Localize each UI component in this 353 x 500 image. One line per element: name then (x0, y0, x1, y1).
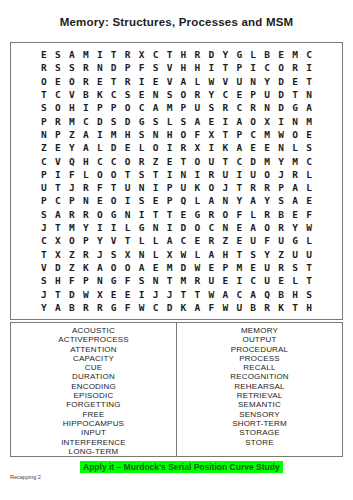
grid-cell[interactable]: X (163, 248, 177, 261)
grid-cell[interactable]: A (232, 115, 246, 128)
grid-cell[interactable]: F (232, 208, 246, 221)
grid-cell[interactable]: H (121, 128, 135, 141)
grid-cell[interactable]: M (163, 101, 177, 114)
grid-cell[interactable]: N (135, 248, 149, 261)
grid-cell[interactable]: P (246, 88, 260, 101)
grid-cell[interactable]: N (93, 274, 107, 287)
grid-cell[interactable]: J (163, 287, 177, 300)
grid-cell[interactable]: F (302, 208, 316, 221)
grid-cell[interactable]: T (37, 248, 51, 261)
grid-cell[interactable]: C (93, 154, 107, 167)
grid-cell[interactable]: A (218, 287, 232, 300)
grid-cell[interactable]: C (246, 128, 260, 141)
grid-cell[interactable]: Q (176, 194, 190, 207)
grid-cell[interactable]: O (176, 88, 190, 101)
grid-cell[interactable]: O (93, 208, 107, 221)
grid-cell[interactable]: C (37, 234, 51, 247)
grid-cell[interactable]: M (79, 48, 93, 61)
grid-cell[interactable]: C (232, 101, 246, 114)
grid-cell[interactable]: C (107, 154, 121, 167)
grid-cell[interactable]: S (65, 61, 79, 74)
grid-cell[interactable]: O (51, 101, 65, 114)
grid-cell[interactable]: U (274, 234, 288, 247)
grid-cell[interactable]: R (65, 208, 79, 221)
grid-cell[interactable]: H (302, 301, 316, 314)
grid-cell[interactable]: D (121, 115, 135, 128)
grid-cell[interactable]: E (51, 141, 65, 154)
grid-cell[interactable]: A (204, 248, 218, 261)
grid-cell[interactable]: O (176, 128, 190, 141)
grid-cell[interactable]: S (135, 194, 149, 207)
grid-cell[interactable]: O (260, 168, 274, 181)
grid-cell[interactable]: R (79, 208, 93, 221)
grid-cell[interactable]: N (79, 194, 93, 207)
grid-cell[interactable]: E (232, 221, 246, 234)
grid-cell[interactable]: H (218, 248, 232, 261)
grid-cell[interactable]: B (79, 88, 93, 101)
grid-cell[interactable]: T (149, 168, 163, 181)
grid-cell[interactable]: M (288, 48, 302, 61)
grid-cell[interactable]: A (176, 75, 190, 88)
grid-cell[interactable]: C (218, 88, 232, 101)
grid-cell[interactable]: F (65, 168, 79, 181)
grid-cell[interactable]: R (79, 248, 93, 261)
grid-cell[interactable]: K (190, 181, 204, 194)
grid-cell[interactable]: N (149, 221, 163, 234)
grid-cell[interactable]: U (288, 248, 302, 261)
grid-cell[interactable]: X (190, 141, 204, 154)
grid-cell[interactable]: S (288, 261, 302, 274)
grid-cell[interactable]: J (218, 181, 232, 194)
grid-cell[interactable]: R (79, 75, 93, 88)
grid-cell[interactable]: U (218, 168, 232, 181)
grid-cell[interactable]: W (176, 248, 190, 261)
grid-cell[interactable]: N (274, 141, 288, 154)
grid-cell[interactable]: L (135, 141, 149, 154)
grid-cell[interactable]: L (79, 168, 93, 181)
grid-cell[interactable]: O (65, 75, 79, 88)
grid-cell[interactable]: T (218, 61, 232, 74)
grid-cell[interactable]: E (149, 261, 163, 274)
grid-cell[interactable]: T (288, 301, 302, 314)
grid-cell[interactable]: Z (65, 261, 79, 274)
grid-cell[interactable]: A (246, 194, 260, 207)
grid-cell[interactable]: N (121, 208, 135, 221)
grid-cell[interactable]: O (274, 61, 288, 74)
grid-cell[interactable]: E (93, 75, 107, 88)
grid-cell[interactable]: T (190, 287, 204, 300)
grid-cell[interactable]: A (232, 141, 246, 154)
grid-cell[interactable]: S (37, 101, 51, 114)
grid-cell[interactable]: F (121, 274, 135, 287)
grid-cell[interactable]: O (260, 221, 274, 234)
grid-cell[interactable]: F (260, 234, 274, 247)
grid-cell[interactable]: C (176, 234, 190, 247)
grid-cell[interactable]: C (232, 154, 246, 167)
grid-cell[interactable]: X (260, 115, 274, 128)
grid-cell[interactable]: P (163, 181, 177, 194)
grid-cell[interactable]: L (149, 248, 163, 261)
grid-cell[interactable]: V (163, 75, 177, 88)
grid-cell[interactable]: P (37, 115, 51, 128)
grid-cell[interactable]: L (288, 274, 302, 287)
grid-cell[interactable]: I (246, 61, 260, 74)
grid-cell[interactable]: W (218, 301, 232, 314)
grid-cell[interactable]: I (51, 168, 65, 181)
grid-cell[interactable]: T (107, 75, 121, 88)
grid-cell[interactable]: S (37, 208, 51, 221)
grid-cell[interactable]: D (163, 301, 177, 314)
grid-cell[interactable]: U (204, 154, 218, 167)
grid-cell[interactable]: J (37, 287, 51, 300)
grid-cell[interactable]: R (274, 261, 288, 274)
grid-cell[interactable]: S (107, 115, 121, 128)
grid-cell[interactable]: K (274, 301, 288, 314)
grid-cell[interactable]: P (232, 61, 246, 74)
grid-cell[interactable]: R (246, 181, 260, 194)
grid-cell[interactable]: T (163, 48, 177, 61)
grid-cell[interactable]: R (121, 75, 135, 88)
grid-cell[interactable]: D (51, 261, 65, 274)
grid-cell[interactable]: N (149, 128, 163, 141)
grid-cell[interactable]: S (135, 168, 149, 181)
grid-cell[interactable]: O (190, 154, 204, 167)
grid-cell[interactable]: K (93, 88, 107, 101)
grid-cell[interactable]: M (163, 261, 177, 274)
grid-cell[interactable]: O (246, 115, 260, 128)
grid-cell[interactable]: E (149, 194, 163, 207)
grid-cell[interactable]: I (149, 181, 163, 194)
grid-cell[interactable]: T (107, 48, 121, 61)
grid-cell[interactable]: F (93, 181, 107, 194)
grid-cell[interactable]: P (232, 128, 246, 141)
grid-cell[interactable]: R (190, 48, 204, 61)
grid-cell[interactable]: T (218, 128, 232, 141)
grid-cell[interactable]: T (176, 287, 190, 300)
grid-cell[interactable]: H (51, 274, 65, 287)
grid-cell[interactable]: J (274, 168, 288, 181)
grid-cell[interactable]: A (51, 301, 65, 314)
grid-cell[interactable]: P (37, 168, 51, 181)
grid-cell[interactable]: C (51, 88, 65, 101)
grid-cell[interactable]: N (218, 194, 232, 207)
grid-cell[interactable]: R (288, 61, 302, 74)
grid-cell[interactable]: R (190, 88, 204, 101)
grid-cell[interactable]: W (302, 221, 316, 234)
grid-cell[interactable]: R (274, 221, 288, 234)
grid-cell[interactable]: Z (37, 141, 51, 154)
grid-cell[interactable]: C (149, 301, 163, 314)
grid-cell[interactable]: Z (65, 248, 79, 261)
grid-cell[interactable]: D (274, 88, 288, 101)
grid-cell[interactable]: L (302, 234, 316, 247)
grid-cell[interactable]: A (51, 208, 65, 221)
grid-cell[interactable]: F (204, 301, 218, 314)
grid-cell[interactable]: K (79, 261, 93, 274)
grid-cell[interactable]: S (135, 274, 149, 287)
grid-cell[interactable]: R (260, 301, 274, 314)
grid-cell[interactable]: A (149, 101, 163, 114)
grid-cell[interactable]: M (302, 115, 316, 128)
grid-cell[interactable]: S (274, 194, 288, 207)
grid-cell[interactable]: M (288, 154, 302, 167)
grid-cell[interactable]: P (51, 128, 65, 141)
grid-cell[interactable]: Y (65, 141, 79, 154)
grid-cell[interactable]: I (93, 221, 107, 234)
grid-cell[interactable]: S (246, 248, 260, 261)
grid-cell[interactable]: E (260, 141, 274, 154)
grid-cell[interactable]: A (288, 194, 302, 207)
grid-cell[interactable]: O (190, 221, 204, 234)
grid-cell[interactable]: J (65, 181, 79, 194)
grid-cell[interactable]: T (232, 248, 246, 261)
grid-cell[interactable]: F (121, 301, 135, 314)
grid-cell[interactable]: B (260, 48, 274, 61)
grid-cell[interactable]: Z (149, 154, 163, 167)
grid-cell[interactable]: I (135, 287, 149, 300)
grid-cell[interactable]: X (93, 287, 107, 300)
grid-cell[interactable]: P (65, 194, 79, 207)
grid-cell[interactable]: L (302, 181, 316, 194)
grid-cell[interactable]: N (37, 128, 51, 141)
grid-cell[interactable]: B (65, 301, 79, 314)
grid-cell[interactable]: I (163, 221, 177, 234)
grid-cell[interactable]: C (260, 61, 274, 74)
grid-cell[interactable]: Z (274, 248, 288, 261)
grid-cell[interactable]: H (190, 61, 204, 74)
grid-cell[interactable]: O (204, 181, 218, 194)
grid-cell[interactable]: W (190, 261, 204, 274)
grid-cell[interactable]: S (149, 115, 163, 128)
grid-cell[interactable]: N (93, 61, 107, 74)
grid-cell[interactable]: T (121, 234, 135, 247)
grid-cell[interactable]: F (65, 274, 79, 287)
grid-cell[interactable]: X (121, 248, 135, 261)
grid-cell[interactable]: N (149, 274, 163, 287)
grid-cell[interactable]: J (37, 221, 51, 234)
grid-cell[interactable]: S (121, 88, 135, 101)
grid-cell[interactable]: S (107, 248, 121, 261)
grid-cell[interactable]: A (190, 301, 204, 314)
grid-cell[interactable]: A (79, 141, 93, 154)
grid-cell[interactable]: S (51, 61, 65, 74)
grid-cell[interactable]: V (51, 154, 65, 167)
grid-cell[interactable]: N (288, 115, 302, 128)
grid-cell[interactable]: C (302, 154, 316, 167)
grid-cell[interactable]: E (246, 261, 260, 274)
grid-cell[interactable]: O (218, 208, 232, 221)
grid-cell[interactable]: S (163, 88, 177, 101)
grid-cell[interactable]: R (246, 101, 260, 114)
grid-cell[interactable]: P (121, 61, 135, 74)
grid-cell[interactable]: W (274, 128, 288, 141)
grid-cell[interactable]: T (163, 208, 177, 221)
grid-cell[interactable]: D (176, 221, 190, 234)
grid-cell[interactable]: Y (288, 221, 302, 234)
grid-cell[interactable]: I (274, 115, 288, 128)
grid-cell[interactable]: R (135, 154, 149, 167)
grid-cell[interactable]: A (246, 287, 260, 300)
grid-cell[interactable]: L (302, 168, 316, 181)
grid-cell[interactable]: H (79, 154, 93, 167)
grid-cell[interactable]: Z (218, 234, 232, 247)
grid-cell[interactable]: E (302, 128, 316, 141)
grid-cell[interactable]: R (190, 274, 204, 287)
grid-cell[interactable]: P (37, 194, 51, 207)
grid-cell[interactable]: P (218, 261, 232, 274)
grid-cell[interactable]: E (204, 261, 218, 274)
grid-cell[interactable]: J (149, 287, 163, 300)
grid-cell[interactable]: I (163, 141, 177, 154)
grid-cell[interactable]: A (288, 181, 302, 194)
grid-cell[interactable]: A (135, 261, 149, 274)
grid-cell[interactable]: M (232, 261, 246, 274)
grid-cell[interactable]: C (79, 115, 93, 128)
grid-cell[interactable]: T (149, 208, 163, 221)
grid-cell[interactable]: M (65, 115, 79, 128)
grid-cell[interactable]: L (149, 234, 163, 247)
grid-cell[interactable]: S (204, 101, 218, 114)
grid-cell[interactable]: H (65, 101, 79, 114)
grid-cell[interactable]: V (163, 61, 177, 74)
grid-cell[interactable]: S (51, 48, 65, 61)
grid-cell[interactable]: T (232, 181, 246, 194)
grid-cell[interactable]: S (176, 115, 190, 128)
grid-cell[interactable]: E (121, 141, 135, 154)
grid-cell[interactable]: V (107, 234, 121, 247)
grid-cell[interactable]: E (302, 194, 316, 207)
grid-cell[interactable]: S (37, 274, 51, 287)
grid-cell[interactable]: E (149, 75, 163, 88)
grid-cell[interactable]: T (51, 287, 65, 300)
grid-cell[interactable]: F (135, 61, 149, 74)
grid-cell[interactable]: T (51, 181, 65, 194)
grid-cell[interactable]: O (288, 128, 302, 141)
grid-cell[interactable]: Y (232, 194, 246, 207)
grid-cell[interactable]: G (135, 221, 149, 234)
grid-cell[interactable]: Y (274, 154, 288, 167)
grid-cell[interactable]: G (135, 115, 149, 128)
grid-cell[interactable]: Q (260, 287, 274, 300)
grid-cell[interactable]: T (37, 88, 51, 101)
grid-cell[interactable]: N (246, 75, 260, 88)
grid-cell[interactable]: P (163, 194, 177, 207)
grid-cell[interactable]: Y (260, 75, 274, 88)
grid-cell[interactable]: T (51, 221, 65, 234)
grid-cell[interactable]: D (107, 141, 121, 154)
grid-cell[interactable]: C (135, 101, 149, 114)
grid-cell[interactable]: A (79, 128, 93, 141)
grid-cell[interactable]: B (274, 208, 288, 221)
grid-cell[interactable]: T (302, 75, 316, 88)
grid-cell[interactable]: L (288, 141, 302, 154)
grid-cell[interactable]: C (107, 88, 121, 101)
grid-cell[interactable]: L (121, 221, 135, 234)
grid-cell[interactable]: E (274, 274, 288, 287)
grid-cell[interactable]: L (246, 208, 260, 221)
grid-cell[interactable]: U (246, 234, 260, 247)
grid-cell[interactable]: M (176, 274, 190, 287)
grid-cell[interactable]: V (37, 261, 51, 274)
grid-cell[interactable]: E (288, 75, 302, 88)
grid-cell[interactable]: X (204, 128, 218, 141)
grid-cell[interactable]: R (51, 115, 65, 128)
grid-cell[interactable]: I (232, 168, 246, 181)
grid-cell[interactable]: W (135, 301, 149, 314)
grid-cell[interactable]: P (79, 234, 93, 247)
grid-cell[interactable]: O (149, 141, 163, 154)
grid-cell[interactable]: Y (260, 248, 274, 261)
grid-cell[interactable]: D (176, 261, 190, 274)
grid-cell[interactable]: A (163, 234, 177, 247)
grid-cell[interactable]: H (176, 48, 190, 61)
grid-cell[interactable]: D (93, 115, 107, 128)
grid-cell[interactable]: P (79, 274, 93, 287)
grid-cell[interactable]: D (204, 48, 218, 61)
grid-cell[interactable]: A (190, 115, 204, 128)
grid-cell[interactable]: G (107, 208, 121, 221)
grid-cell[interactable]: I (302, 61, 316, 74)
grid-cell[interactable]: Y (93, 234, 107, 247)
grid-cell[interactable]: N (149, 88, 163, 101)
grid-cell[interactable]: I (135, 208, 149, 221)
grid-cell[interactable]: U (176, 181, 190, 194)
grid-cell[interactable]: U (260, 88, 274, 101)
grid-cell[interactable]: L (135, 234, 149, 247)
grid-cell[interactable]: C (51, 194, 65, 207)
grid-cell[interactable]: T (107, 181, 121, 194)
grid-cell[interactable]: T (302, 274, 316, 287)
grid-cell[interactable]: L (163, 115, 177, 128)
grid-cell[interactable]: E (176, 208, 190, 221)
grid-cell[interactable]: T (176, 154, 190, 167)
grid-cell[interactable]: I (93, 48, 107, 61)
grid-cell[interactable]: D (107, 61, 121, 74)
grid-cell[interactable]: S (149, 61, 163, 74)
grid-cell[interactable]: J (93, 248, 107, 261)
grid-cell[interactable]: H (163, 128, 177, 141)
grid-cell[interactable]: W (204, 75, 218, 88)
grid-cell[interactable]: O (65, 234, 79, 247)
grid-cell[interactable]: O (37, 75, 51, 88)
grid-cell[interactable]: U (260, 261, 274, 274)
grid-cell[interactable]: E (218, 274, 232, 287)
grid-cell[interactable]: A (246, 221, 260, 234)
grid-cell[interactable]: M (65, 221, 79, 234)
grid-cell[interactable]: X (51, 234, 65, 247)
grid-cell[interactable]: D (65, 287, 79, 300)
grid-cell[interactable]: O (93, 168, 107, 181)
grid-cell[interactable]: B (274, 287, 288, 300)
grid-cell[interactable]: Y (218, 48, 232, 61)
grid-cell[interactable]: I (79, 101, 93, 114)
grid-cell[interactable]: E (232, 234, 246, 247)
grid-cell[interactable]: G (107, 301, 121, 314)
grid-cell[interactable]: A (93, 261, 107, 274)
grid-cell[interactable]: G (288, 234, 302, 247)
grid-cell[interactable]: T (121, 168, 135, 181)
grid-cell[interactable]: R (93, 301, 107, 314)
grid-cell[interactable]: R (204, 208, 218, 221)
grid-cell[interactable]: T (163, 274, 177, 287)
grid-cell[interactable]: O (121, 261, 135, 274)
grid-cell[interactable]: E (190, 234, 204, 247)
grid-cell[interactable]: G (190, 208, 204, 221)
grid-cell[interactable]: S (302, 141, 316, 154)
grid-cell[interactable]: P (176, 101, 190, 114)
grid-cell[interactable]: H (288, 287, 302, 300)
grid-cell[interactable]: U (232, 301, 246, 314)
